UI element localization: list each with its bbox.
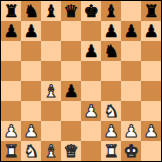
piece-black-bishop[interactable]: ♝: [43, 1, 58, 21]
square-h4[interactable]: [141, 81, 161, 101]
piece-black-pawn[interactable]: ♟: [143, 21, 158, 41]
piece-white-rook[interactable]: ♜: [103, 141, 118, 161]
square-e3[interactable]: ♟: [81, 101, 101, 121]
square-h2[interactable]: ♟: [141, 121, 161, 141]
square-g2[interactable]: ♟: [121, 121, 141, 141]
piece-black-rook[interactable]: ♜: [143, 1, 158, 21]
square-f7[interactable]: ♟: [101, 21, 121, 41]
square-a1[interactable]: ♜: [1, 141, 21, 161]
piece-white-rook[interactable]: ♜: [3, 141, 18, 161]
square-e4[interactable]: [81, 81, 101, 101]
square-f3[interactable]: ♞: [101, 101, 121, 121]
square-h8[interactable]: ♜: [141, 1, 161, 21]
square-c6[interactable]: [41, 41, 61, 61]
square-h7[interactable]: ♟: [141, 21, 161, 41]
square-g6[interactable]: [121, 41, 141, 61]
piece-white-pawn[interactable]: ♟: [3, 121, 18, 141]
square-d5[interactable]: [61, 61, 81, 81]
square-e5[interactable]: [81, 61, 101, 81]
square-e7[interactable]: [81, 21, 101, 41]
square-g8[interactable]: [121, 1, 141, 21]
square-b7[interactable]: ♟: [21, 21, 41, 41]
piece-black-pawn[interactable]: ♟: [103, 21, 118, 41]
piece-white-knight[interactable]: ♞: [23, 141, 38, 161]
piece-white-pawn[interactable]: ♟: [23, 121, 38, 141]
square-c8[interactable]: ♝: [41, 1, 61, 21]
piece-black-pawn[interactable]: ♟: [3, 21, 18, 41]
square-g7[interactable]: ♟: [121, 21, 141, 41]
square-a5[interactable]: [1, 61, 21, 81]
piece-white-king[interactable]: ♚: [123, 141, 138, 161]
piece-black-rook[interactable]: ♜: [3, 1, 18, 21]
square-e6[interactable]: ♟: [81, 41, 101, 61]
piece-white-pawn[interactable]: ♟: [83, 101, 98, 121]
square-e1[interactable]: [81, 141, 101, 161]
square-g4[interactable]: [121, 81, 141, 101]
square-h5[interactable]: [141, 61, 161, 81]
square-c3[interactable]: [41, 101, 61, 121]
square-a4[interactable]: [1, 81, 21, 101]
piece-black-king[interactable]: ♚: [83, 1, 98, 21]
square-b8[interactable]: ♞: [21, 1, 41, 21]
square-a3[interactable]: [1, 101, 21, 121]
piece-black-bishop[interactable]: ♝: [103, 1, 118, 21]
square-b2[interactable]: ♟: [21, 121, 41, 141]
square-f2[interactable]: ♟: [101, 121, 121, 141]
square-b4[interactable]: [21, 81, 41, 101]
square-d6[interactable]: [61, 41, 81, 61]
square-e8[interactable]: ♚: [81, 1, 101, 21]
square-c4[interactable]: ♝: [41, 81, 61, 101]
piece-black-knight[interactable]: ♞: [23, 1, 38, 21]
square-d8[interactable]: ♛: [61, 1, 81, 21]
piece-black-queen[interactable]: ♛: [63, 1, 78, 21]
square-f4[interactable]: [101, 81, 121, 101]
piece-white-pawn[interactable]: ♟: [123, 121, 138, 141]
square-d4[interactable]: ♟: [61, 81, 81, 101]
piece-white-pawn[interactable]: ♟: [143, 121, 158, 141]
square-h3[interactable]: [141, 101, 161, 121]
square-g3[interactable]: [121, 101, 141, 121]
piece-black-knight[interactable]: ♞: [103, 41, 118, 61]
square-a8[interactable]: ♜: [1, 1, 21, 21]
chess-board: ♜♞♝♛♚♝♜♟♟♟♟♟♟♞♝♟♟♞♟♟♟♟♟♜♞♝♛♜♚: [0, 0, 162, 162]
square-c2[interactable]: [41, 121, 61, 141]
square-b1[interactable]: ♞: [21, 141, 41, 161]
square-g1[interactable]: ♚: [121, 141, 141, 161]
square-a2[interactable]: ♟: [1, 121, 21, 141]
square-d7[interactable]: [61, 21, 81, 41]
square-d3[interactable]: [61, 101, 81, 121]
square-a7[interactable]: ♟: [1, 21, 21, 41]
square-b6[interactable]: [21, 41, 41, 61]
piece-white-bishop[interactable]: ♝: [43, 81, 58, 101]
piece-black-pawn[interactable]: ♟: [123, 21, 138, 41]
square-f5[interactable]: [101, 61, 121, 81]
piece-white-knight[interactable]: ♞: [103, 101, 118, 121]
square-g5[interactable]: [121, 61, 141, 81]
square-f1[interactable]: ♜: [101, 141, 121, 161]
square-d1[interactable]: ♛: [61, 141, 81, 161]
square-c7[interactable]: [41, 21, 61, 41]
piece-white-queen[interactable]: ♛: [63, 141, 78, 161]
square-d2[interactable]: [61, 121, 81, 141]
square-a6[interactable]: [1, 41, 21, 61]
square-c1[interactable]: ♝: [41, 141, 61, 161]
square-f8[interactable]: ♝: [101, 1, 121, 21]
square-b3[interactable]: [21, 101, 41, 121]
piece-black-pawn[interactable]: ♟: [83, 41, 98, 61]
square-f6[interactable]: ♞: [101, 41, 121, 61]
square-c5[interactable]: [41, 61, 61, 81]
square-h1[interactable]: [141, 141, 161, 161]
square-h6[interactable]: [141, 41, 161, 61]
piece-black-pawn[interactable]: ♟: [63, 81, 78, 101]
piece-white-pawn[interactable]: ♟: [103, 121, 118, 141]
piece-black-pawn[interactable]: ♟: [23, 21, 38, 41]
piece-white-bishop[interactable]: ♝: [43, 141, 58, 161]
square-e2[interactable]: [81, 121, 101, 141]
square-b5[interactable]: [21, 61, 41, 81]
